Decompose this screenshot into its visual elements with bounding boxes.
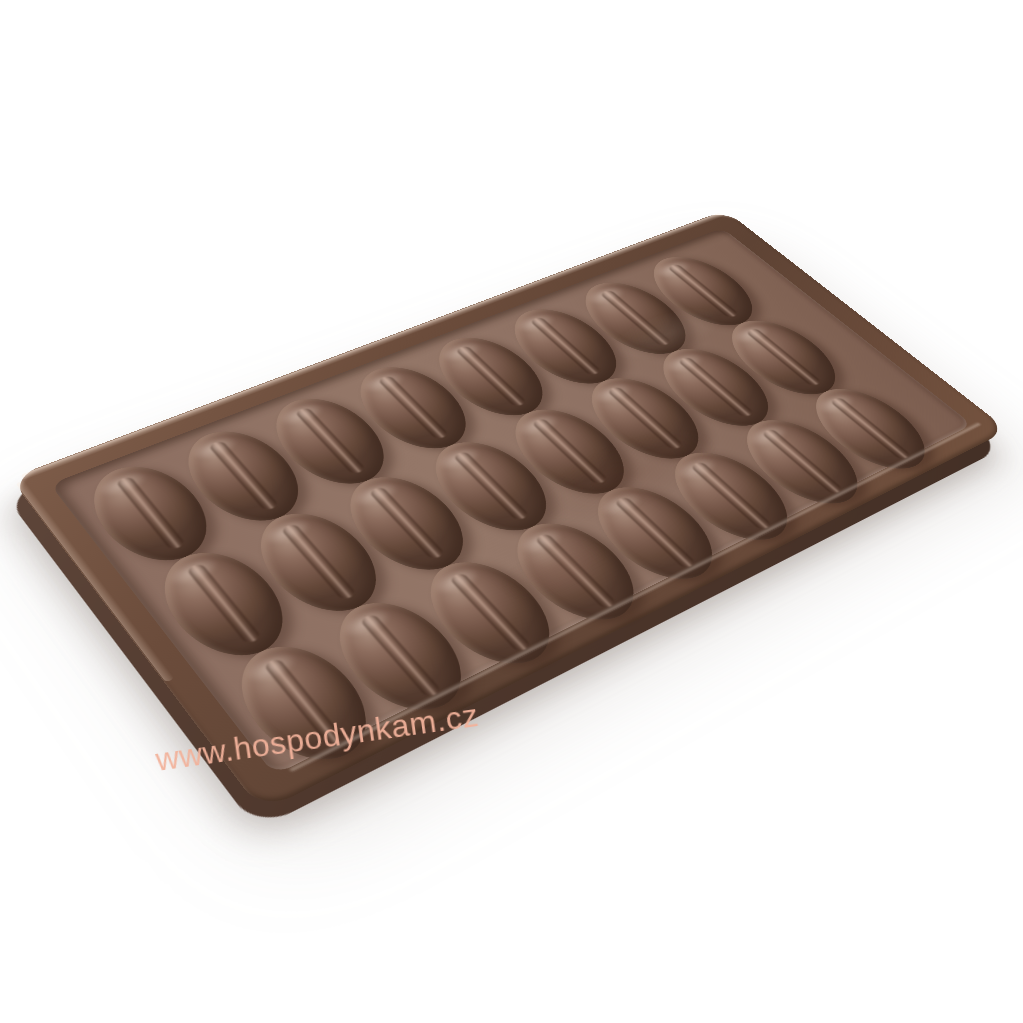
bean-groove <box>368 486 445 560</box>
bean-cell <box>723 407 882 518</box>
bean-groove <box>745 327 822 386</box>
coffee-bean-cavity <box>795 378 946 481</box>
bean-cell <box>403 546 577 682</box>
coffee-bean-cavity <box>141 538 307 672</box>
bean-groove <box>667 263 739 318</box>
bean-groove <box>452 451 530 522</box>
coffee-bean-cavity <box>566 273 707 365</box>
bean-cell <box>162 418 324 537</box>
bean-groove <box>614 496 697 570</box>
bean-groove <box>531 417 609 485</box>
bean-groove <box>761 428 844 495</box>
bean-groove <box>449 572 532 653</box>
coffee-bean-cavity <box>328 464 487 585</box>
bean-cell <box>415 326 567 429</box>
bean-groove <box>455 345 528 408</box>
bean-cell <box>410 429 572 547</box>
bean-cell <box>572 473 739 595</box>
coffee-bean-cavity <box>652 440 809 554</box>
bean-cell <box>68 452 233 577</box>
cavity-grid <box>68 247 924 752</box>
coffee-bean-cavity <box>166 419 321 535</box>
bean-cell <box>491 298 640 396</box>
bean-groove <box>186 562 263 644</box>
bean-groove <box>529 316 602 376</box>
bean-cell <box>567 366 723 473</box>
bean-groove <box>829 396 911 460</box>
bean-cell <box>640 337 792 439</box>
bean-cell <box>336 355 491 463</box>
bean-cell <box>251 386 409 499</box>
coffee-bean-cavity <box>726 408 880 516</box>
coffee-bean-cavity <box>493 510 657 636</box>
bean-groove <box>606 386 684 451</box>
coffee-bean-cavity <box>255 387 407 497</box>
bean-groove <box>600 289 673 347</box>
product-photo: www.hospodynkam.cz <box>0 0 1023 1023</box>
bean-groove <box>534 533 617 610</box>
coffee-bean-cavity <box>570 367 720 471</box>
coffee-bean-cavity <box>643 338 790 438</box>
coffee-bean-cavity <box>418 327 564 427</box>
bean-groove <box>359 613 442 699</box>
coffee-bean-cavity <box>494 398 647 507</box>
coffee-bean-cavity <box>407 548 574 680</box>
bean-groove <box>294 407 366 475</box>
coffee-bean-cavity <box>72 453 230 575</box>
bean-cell <box>137 537 311 674</box>
bean-cell <box>563 272 709 366</box>
bean-cell <box>234 499 404 629</box>
coffee-bean-cavity <box>413 430 569 545</box>
coffee-bean-cavity <box>339 356 488 461</box>
coffee-bean-cavity <box>237 500 400 627</box>
bean-groove <box>115 475 186 550</box>
bean-groove <box>689 461 772 531</box>
bean-groove <box>677 356 754 418</box>
bean-cell <box>324 463 490 587</box>
coffee-bean-cavity <box>711 310 855 405</box>
bean-cell <box>631 247 774 337</box>
bean-cell <box>649 439 812 555</box>
bean-cell <box>490 508 660 637</box>
bean-groove <box>280 523 357 601</box>
bean-cell <box>792 377 948 483</box>
bean-cell <box>709 309 858 407</box>
bean-groove <box>377 375 449 440</box>
coffee-bean-cavity <box>575 474 735 593</box>
coffee-bean-cavity <box>494 299 637 395</box>
coffee-bean-cavity <box>634 248 772 336</box>
bean-groove <box>207 440 279 512</box>
bean-cell <box>491 396 650 508</box>
